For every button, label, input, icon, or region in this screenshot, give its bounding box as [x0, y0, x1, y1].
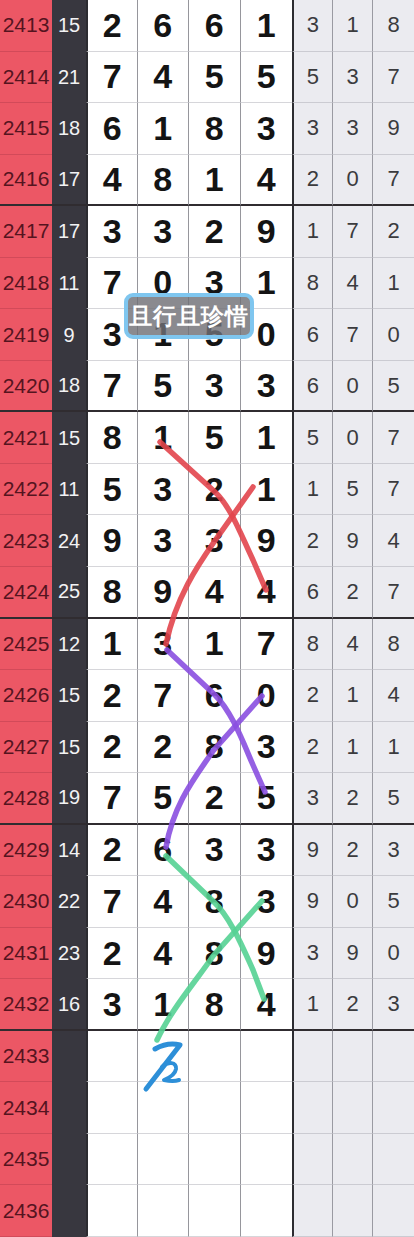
hand-line-purple-2 [166, 696, 262, 847]
watermark-tooltip: 且行且珍惜 [124, 293, 254, 339]
hand-line-purple-1 [167, 650, 265, 792]
drawing-overlay[interactable] [0, 0, 414, 1237]
watermark-text: 且行且珍惜 [129, 301, 249, 332]
hand-line-red-1 [160, 442, 266, 590]
hand-line-green-2 [157, 901, 262, 1040]
hand-line-green-1 [166, 856, 264, 999]
hand-line-red-2 [166, 487, 253, 644]
lottery-trend-chart-screen: 2413 15 2 6 6 1 3 1 8 2414 21 7 4 5 5 5 … [0, 0, 414, 1237]
handwriting-72 [146, 1044, 180, 1089]
